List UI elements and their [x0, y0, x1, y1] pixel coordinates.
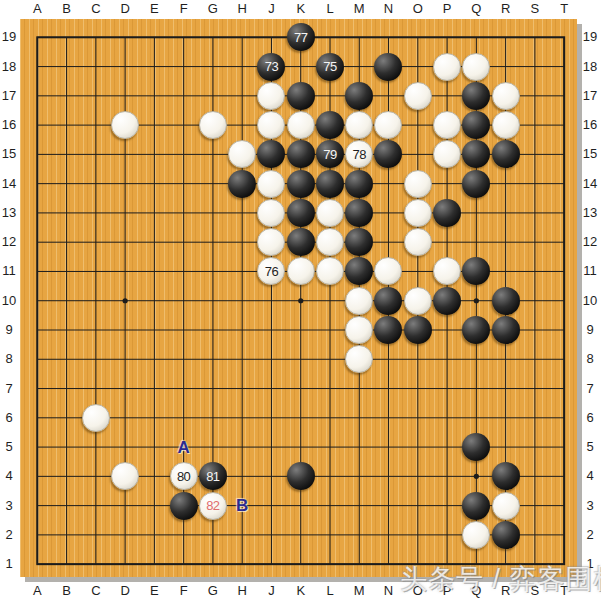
- stone-K16: [286, 110, 315, 139]
- stone-K4: [286, 462, 315, 491]
- coord-left-4: 4: [0, 468, 21, 484]
- white-stone: [287, 257, 315, 285]
- marker-label-B: B: [236, 497, 248, 514]
- black-stone: [287, 199, 315, 227]
- stone-P13: [432, 198, 461, 227]
- stone-K19: 77: [286, 23, 315, 52]
- black-stone: [462, 111, 490, 139]
- stone-K17: [286, 81, 315, 110]
- coord-left-14: 14: [0, 176, 21, 192]
- stone-Q16: [462, 110, 491, 139]
- coord-left-16: 16: [0, 117, 21, 133]
- stone-O14: [403, 169, 432, 198]
- black-stone: [492, 287, 520, 315]
- stone-O12: [403, 228, 432, 257]
- coord-left-1: 1: [0, 556, 21, 572]
- coord-left-19: 19: [0, 29, 21, 45]
- coord-bottom-D: D: [113, 583, 137, 599]
- coord-left-7: 7: [0, 381, 21, 397]
- move-number-82: 82: [206, 499, 219, 512]
- coord-bottom-M: M: [347, 583, 371, 599]
- stone-J15: [257, 140, 286, 169]
- stone-J13: [257, 198, 286, 227]
- black-stone: [433, 199, 461, 227]
- stone-J12: [257, 228, 286, 257]
- coord-top-B: B: [55, 1, 79, 17]
- coord-top-M: M: [347, 1, 371, 17]
- stone-R4: [491, 462, 520, 491]
- black-stone: [492, 140, 520, 168]
- black-stone: [170, 492, 198, 520]
- stone-P18: [432, 52, 461, 81]
- move-number-75: 75: [323, 60, 336, 73]
- stone-P16: [432, 110, 461, 139]
- white-stone: [433, 53, 461, 81]
- white-stone: [228, 140, 256, 168]
- white-stone: [316, 199, 344, 227]
- black-stone: [462, 140, 490, 168]
- stone-L13: [315, 198, 344, 227]
- black-stone: [374, 287, 402, 315]
- white-stone: [374, 257, 402, 285]
- stone-M11: [345, 257, 374, 286]
- stone-G4: 81: [198, 462, 227, 491]
- marker-label-A: A: [177, 439, 189, 456]
- coord-top-R: R: [494, 1, 518, 17]
- coord-left-11: 11: [0, 263, 21, 279]
- stone-J14: [257, 169, 286, 198]
- coord-right-4: 4: [578, 468, 601, 484]
- coord-right-18: 18: [578, 59, 601, 75]
- coord-bottom-N: N: [377, 583, 401, 599]
- white-stone: [404, 287, 432, 315]
- stone-N18: [374, 52, 403, 81]
- move-number-73: 73: [265, 60, 278, 73]
- stone-O10: [403, 286, 432, 315]
- black-stone: 79: [316, 140, 344, 168]
- black-stone: [374, 140, 402, 168]
- coord-left-3: 3: [0, 498, 21, 514]
- stone-O9: [403, 315, 432, 344]
- stone-P11: [432, 257, 461, 286]
- stone-L16: [315, 110, 344, 139]
- coord-right-2: 2: [578, 527, 601, 543]
- black-stone: [492, 521, 520, 549]
- black-stone: [404, 316, 432, 344]
- coord-top-E: E: [142, 1, 166, 17]
- black-stone: [316, 170, 344, 198]
- stone-H15: [228, 140, 257, 169]
- coord-top-N: N: [377, 1, 401, 17]
- black-stone: [374, 316, 402, 344]
- stone-R16: [491, 110, 520, 139]
- stone-P10: [432, 286, 461, 315]
- black-stone: 75: [316, 53, 344, 81]
- white-stone: [433, 111, 461, 139]
- black-stone: [345, 82, 373, 110]
- white-stone: [345, 111, 373, 139]
- black-stone: [316, 111, 344, 139]
- black-stone: [287, 140, 315, 168]
- coord-top-O: O: [406, 1, 430, 17]
- white-stone: 82: [199, 492, 227, 520]
- coord-bottom-C: C: [84, 583, 108, 599]
- coord-left-10: 10: [0, 293, 21, 309]
- white-stone: [82, 404, 110, 432]
- black-stone: 73: [257, 53, 285, 81]
- coord-right-9: 9: [578, 322, 601, 338]
- coord-left-5: 5: [0, 439, 21, 455]
- coord-bottom-F: F: [172, 583, 196, 599]
- black-stone: [462, 492, 490, 520]
- coord-left-13: 13: [0, 205, 21, 221]
- white-stone: [111, 111, 139, 139]
- black-stone: [492, 316, 520, 344]
- white-stone: [345, 345, 373, 373]
- stone-M10: [345, 286, 374, 315]
- stone-Q5: [462, 432, 491, 461]
- coord-left-8: 8: [0, 351, 21, 367]
- stone-N16: [374, 110, 403, 139]
- stone-K13: [286, 198, 315, 227]
- coord-right-8: 8: [578, 351, 601, 367]
- stone-M15: 78: [345, 140, 374, 169]
- black-stone: [462, 316, 490, 344]
- white-stone: [316, 257, 344, 285]
- coord-top-L: L: [318, 1, 342, 17]
- coord-left-17: 17: [0, 88, 21, 104]
- stone-M16: [345, 110, 374, 139]
- coord-right-13: 13: [578, 205, 601, 221]
- stone-K15: [286, 140, 315, 169]
- coord-left-2: 2: [0, 527, 21, 543]
- stone-R17: [491, 81, 520, 110]
- black-stone: [287, 462, 315, 490]
- white-stone: [374, 111, 402, 139]
- stone-C6: [81, 403, 110, 432]
- stone-M14: [345, 169, 374, 198]
- stone-Q15: [462, 140, 491, 169]
- stone-K12: [286, 228, 315, 257]
- black-stone: [228, 170, 256, 198]
- coord-right-14: 14: [578, 176, 601, 192]
- coord-left-15: 15: [0, 146, 21, 162]
- coord-top-H: H: [230, 1, 254, 17]
- coord-top-T: T: [552, 1, 576, 17]
- stone-J17: [257, 81, 286, 110]
- stone-M9: [345, 315, 374, 344]
- black-stone: [287, 82, 315, 110]
- white-stone: [404, 199, 432, 227]
- stone-N9: [374, 315, 403, 344]
- coord-bottom-E: E: [142, 583, 166, 599]
- coord-right-7: 7: [578, 381, 601, 397]
- white-stone: [492, 111, 520, 139]
- white-stone: [257, 228, 285, 256]
- coord-bottom-G: G: [201, 583, 225, 599]
- white-stone: [404, 82, 432, 110]
- coord-bottom-L: L: [318, 583, 342, 599]
- white-stone: [462, 521, 490, 549]
- coord-right-3: 3: [578, 498, 601, 514]
- white-stone: [316, 228, 344, 256]
- coord-right-6: 6: [578, 410, 601, 426]
- stone-Q17: [462, 81, 491, 110]
- stone-L18: 75: [315, 52, 344, 81]
- white-stone: [492, 492, 520, 520]
- white-stone: [492, 82, 520, 110]
- coord-right-12: 12: [578, 234, 601, 250]
- white-stone: 78: [345, 140, 373, 168]
- stone-L11: [315, 257, 344, 286]
- move-number-79: 79: [323, 148, 336, 161]
- white-stone: [433, 257, 461, 285]
- stone-G3: 82: [198, 491, 227, 520]
- coord-top-C: C: [84, 1, 108, 17]
- stone-M13: [345, 198, 374, 227]
- white-stone: [433, 140, 461, 168]
- stone-P15: [432, 140, 461, 169]
- white-stone: [404, 170, 432, 198]
- stone-H14: [228, 169, 257, 198]
- stone-L15: 79: [315, 140, 344, 169]
- stone-M8: [345, 345, 374, 374]
- coord-bottom-A: A: [25, 583, 49, 599]
- white-stone: [345, 316, 373, 344]
- stone-R3: [491, 491, 520, 520]
- coord-top-S: S: [523, 1, 547, 17]
- stone-Q2: [462, 520, 491, 549]
- coord-top-D: D: [113, 1, 137, 17]
- coord-right-17: 17: [578, 88, 601, 104]
- black-stone: [374, 53, 402, 81]
- white-stone: 80: [170, 462, 198, 490]
- coord-bottom-K: K: [289, 583, 313, 599]
- move-number-77: 77: [294, 31, 307, 44]
- move-number-78: 78: [352, 148, 365, 161]
- move-number-81: 81: [206, 470, 219, 483]
- stone-J18: 73: [257, 52, 286, 81]
- marker-A: A: [169, 432, 198, 461]
- black-stone: [345, 257, 373, 285]
- stone-Q3: [462, 491, 491, 520]
- white-stone: [345, 287, 373, 315]
- coord-top-K: K: [289, 1, 313, 17]
- stone-D16: [110, 110, 139, 139]
- stone-N10: [374, 286, 403, 315]
- white-stone: [404, 228, 432, 256]
- stone-F4: 80: [169, 462, 198, 491]
- stone-K14: [286, 169, 315, 198]
- board-cells: 777375797876808182AB: [23, 23, 579, 579]
- stone-G16: [198, 110, 227, 139]
- white-stone: [257, 199, 285, 227]
- white-stone: [111, 462, 139, 490]
- watermark: 头条号 / 弈客围棋: [400, 561, 601, 597]
- stone-R10: [491, 286, 520, 315]
- coord-left-18: 18: [0, 59, 21, 75]
- stone-Q18: [462, 52, 491, 81]
- white-stone: [199, 111, 227, 139]
- stone-O17: [403, 81, 432, 110]
- black-stone: [433, 287, 461, 315]
- coord-top-J: J: [259, 1, 283, 17]
- coord-left-12: 12: [0, 234, 21, 250]
- stone-L14: [315, 169, 344, 198]
- stone-F3: [169, 491, 198, 520]
- stone-D4: [110, 462, 139, 491]
- black-stone: [462, 257, 490, 285]
- white-stone: [257, 170, 285, 198]
- stone-J11: 76: [257, 257, 286, 286]
- coord-left-6: 6: [0, 410, 21, 426]
- black-stone: [462, 82, 490, 110]
- stone-Q11: [462, 257, 491, 286]
- black-stone: [345, 228, 373, 256]
- coord-top-G: G: [201, 1, 225, 17]
- coord-top-F: F: [172, 1, 196, 17]
- coord-right-5: 5: [578, 439, 601, 455]
- stone-R9: [491, 315, 520, 344]
- stone-N11: [374, 257, 403, 286]
- move-number-80: 80: [177, 470, 190, 483]
- coord-right-15: 15: [578, 146, 601, 162]
- coord-top-P: P: [435, 1, 459, 17]
- coord-left-9: 9: [0, 322, 21, 338]
- stone-N15: [374, 140, 403, 169]
- coord-right-16: 16: [578, 117, 601, 133]
- marker-B: B: [228, 491, 257, 520]
- coord-bottom-J: J: [259, 583, 283, 599]
- coord-right-11: 11: [578, 263, 601, 279]
- white-stone: [287, 111, 315, 139]
- black-stone: 77: [287, 23, 315, 51]
- black-stone: [257, 140, 285, 168]
- coord-top-A: A: [25, 1, 49, 17]
- black-stone: [287, 228, 315, 256]
- stone-L12: [315, 228, 344, 257]
- black-stone: [287, 170, 315, 198]
- stone-M17: [345, 81, 374, 110]
- stone-R2: [491, 520, 520, 549]
- black-stone: [462, 433, 490, 461]
- black-stone: 81: [199, 462, 227, 490]
- stone-R15: [491, 140, 520, 169]
- black-stone: [345, 170, 373, 198]
- move-number-76: 76: [265, 265, 278, 278]
- coord-right-10: 10: [578, 293, 601, 309]
- stone-K11: [286, 257, 315, 286]
- black-stone: [462, 170, 490, 198]
- coord-bottom-B: B: [55, 583, 79, 599]
- stone-M12: [345, 228, 374, 257]
- black-stone: [492, 462, 520, 490]
- white-stone: [257, 82, 285, 110]
- coord-top-Q: Q: [464, 1, 488, 17]
- stone-O13: [403, 198, 432, 227]
- stone-J16: [257, 110, 286, 139]
- go-diagram: 777375797876808182AB AABBCCDDEEFFGGHHJJK…: [0, 0, 601, 601]
- coord-right-19: 19: [578, 29, 601, 45]
- white-stone: 76: [257, 257, 285, 285]
- white-stone: [257, 111, 285, 139]
- white-stone: [462, 53, 490, 81]
- stone-Q14: [462, 169, 491, 198]
- stone-Q9: [462, 315, 491, 344]
- black-stone: [345, 199, 373, 227]
- coord-bottom-H: H: [230, 583, 254, 599]
